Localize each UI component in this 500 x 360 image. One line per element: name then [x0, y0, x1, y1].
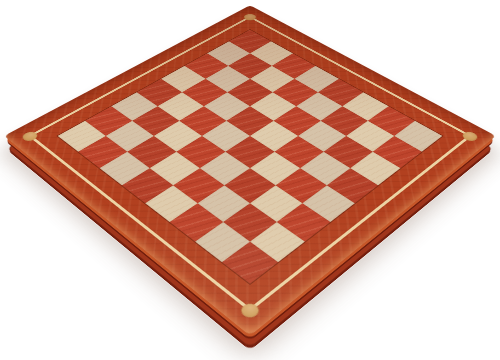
product-photo-scene: [0, 0, 500, 360]
board-top-surface: [4, 5, 496, 336]
chess-board: [4, 5, 496, 336]
chess-board-field: [58, 30, 443, 284]
